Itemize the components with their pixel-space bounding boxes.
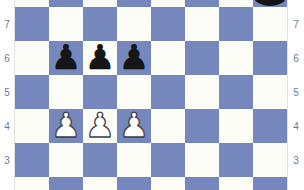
square-b2[interactable] [49,177,83,190]
square-e3[interactable] [151,143,185,177]
chess-diagram: ♟♟♟♟♟♟ 7766554433 [0,0,304,190]
square-h6[interactable] [253,41,287,75]
square-a8[interactable] [15,0,49,7]
square-h5[interactable] [253,75,287,109]
partial-black-piece[interactable] [254,0,286,6]
square-h2[interactable] [253,177,287,190]
square-g2[interactable] [219,177,253,190]
square-f8[interactable] [185,0,219,7]
rank-label-right-7: 7 [288,7,304,41]
rank-label-left-5: 5 [0,75,14,109]
square-e4[interactable] [151,109,185,143]
square-g7[interactable] [219,7,253,41]
square-c6[interactable]: ♟ [83,41,117,75]
square-a5[interactable] [15,75,49,109]
rank-label-right-5: 5 [288,75,304,109]
rank-label-left-3: 3 [0,143,14,177]
chessboard: ♟♟♟♟♟♟ [14,0,288,190]
square-f7[interactable] [185,7,219,41]
square-a6[interactable] [15,41,49,75]
square-g8[interactable] [219,0,253,7]
square-f3[interactable] [185,143,219,177]
rank-label-left-4: 4 [0,109,14,143]
square-d3[interactable] [117,143,151,177]
black-pawn[interactable]: ♟ [119,40,149,74]
square-f5[interactable] [185,75,219,109]
square-e8[interactable] [151,0,185,7]
black-pawn[interactable]: ♟ [85,40,115,74]
square-f6[interactable] [185,41,219,75]
square-a4[interactable] [15,109,49,143]
square-g6[interactable] [219,41,253,75]
square-a3[interactable] [15,143,49,177]
rank-label-right-3: 3 [288,143,304,177]
square-e7[interactable] [151,7,185,41]
square-g4[interactable] [219,109,253,143]
black-pawn[interactable]: ♟ [51,40,81,74]
square-c4[interactable]: ♟ [83,109,117,143]
square-g3[interactable] [219,143,253,177]
white-pawn[interactable]: ♟ [119,108,149,142]
square-e5[interactable] [151,75,185,109]
square-d2[interactable] [117,177,151,190]
square-c3[interactable] [83,143,117,177]
square-b5[interactable] [49,75,83,109]
white-pawn[interactable]: ♟ [85,108,115,142]
square-h3[interactable] [253,143,287,177]
square-d7[interactable] [117,7,151,41]
square-a7[interactable] [15,7,49,41]
square-e6[interactable] [151,41,185,75]
square-c8[interactable] [83,0,117,7]
square-a2[interactable] [15,177,49,190]
square-h7[interactable] [253,7,287,41]
rank-label-right-4: 4 [288,109,304,143]
rank-label-left-7: 7 [0,7,14,41]
square-b7[interactable] [49,7,83,41]
square-b8[interactable] [49,0,83,7]
square-d6[interactable]: ♟ [117,41,151,75]
square-c5[interactable] [83,75,117,109]
square-f2[interactable] [185,177,219,190]
square-d8[interactable] [117,0,151,7]
square-c7[interactable] [83,7,117,41]
square-b4[interactable]: ♟ [49,109,83,143]
square-c2[interactable] [83,177,117,190]
square-h4[interactable] [253,109,287,143]
square-f4[interactable] [185,109,219,143]
square-d4[interactable]: ♟ [117,109,151,143]
square-b3[interactable] [49,143,83,177]
rank-label-left-6: 6 [0,41,14,75]
square-h8[interactable] [253,0,287,7]
square-g5[interactable] [219,75,253,109]
square-e2[interactable] [151,177,185,190]
square-b6[interactable]: ♟ [49,41,83,75]
square-d5[interactable] [117,75,151,109]
white-pawn[interactable]: ♟ [51,108,81,142]
rank-label-right-6: 6 [288,41,304,75]
